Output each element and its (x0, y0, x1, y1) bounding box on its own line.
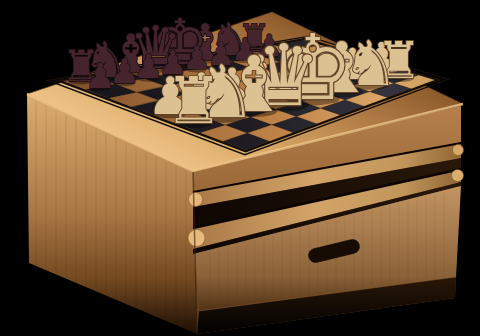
tray-1-corner-cap (189, 193, 203, 207)
tray-2-corner-cap (188, 230, 205, 247)
chess-box-scene: ♜♞♟♝♟♚♟♛♟♟♝♟♞♜♟♟♜♟♞♟♟♟♝♟♚♟♛♟♝♟♞♜ (0, 0, 480, 336)
piece-black-pawn-a7[interactable]: ♟ (85, 56, 116, 96)
tray-1-right-cap (453, 145, 464, 156)
tray-2-right-cap (452, 170, 464, 182)
piece-white-rook-a1[interactable]: ♜ (165, 63, 223, 138)
scene-svg: ♜♞♟♝♟♚♟♛♟♟♝♟♞♜♟♟♜♟♞♟♟♟♝♟♚♟♛♟♝♟♞♜ (0, 0, 480, 336)
